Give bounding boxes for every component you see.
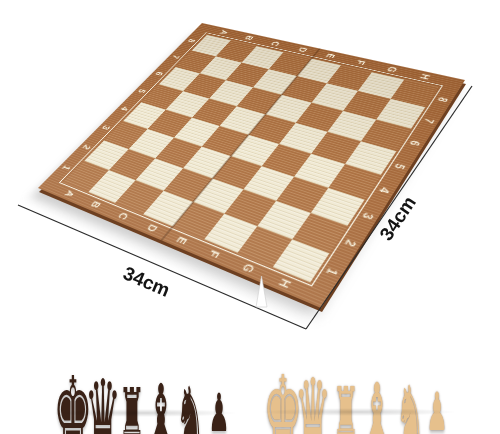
coordinate-label-right-4: 4 (376, 186, 392, 195)
coordinate-label-right-6: 6 (407, 139, 422, 147)
coordinate-label-right-3: 3 (360, 212, 376, 221)
coordinate-label-far-e: E (324, 53, 337, 59)
coordinate-label-left-3: 3 (100, 125, 112, 131)
coordinate-label-right-1: 1 (324, 267, 341, 278)
coordinate-label-near-e: E (175, 235, 190, 245)
coordinate-label-left-8: 8 (186, 38, 197, 43)
coordinate-label-left-7: 7 (170, 54, 181, 59)
coordinate-label-near-b: B (89, 199, 103, 208)
coordinate-label-right-8: 8 (435, 96, 449, 103)
product-image: AABBCCDDEEFFGGHH8877665544332211 34cm 34… (0, 0, 500, 434)
coordinate-label-left-4: 4 (119, 106, 130, 112)
coordinate-label-right-5: 5 (392, 162, 407, 170)
coordinate-label-near-h: H (276, 277, 293, 289)
coordinate-label-far-h: H (418, 73, 432, 80)
dimension-label-left: 34cm (120, 262, 173, 300)
coordinate-label-left-2: 2 (81, 144, 93, 151)
coordinate-label-far-b: B (243, 35, 255, 41)
coordinate-label-left-5: 5 (136, 88, 147, 94)
coordinate-label-far-a: A (218, 30, 230, 36)
coordinate-label-near-f: F (207, 249, 222, 259)
coordinate-label-right-2: 2 (342, 238, 358, 248)
coordinate-label-left-6: 6 (154, 71, 165, 76)
coordinate-label-far-f: F (354, 60, 367, 66)
coordinate-label-far-c: C (269, 41, 281, 47)
coordinate-label-near-a: A (63, 189, 77, 198)
coordinate-label-far-d: D (296, 47, 309, 53)
coordinate-label-right-7: 7 (422, 117, 437, 124)
chess-board: AABBCCDDEEFFGGHH8877665544332211 (38, 23, 465, 308)
coordinate-label-left-1: 1 (60, 164, 72, 171)
coordinate-label-near-g: G (240, 262, 257, 274)
coordinate-label-near-c: C (116, 211, 131, 221)
coordinate-label-near-d: D (144, 222, 159, 232)
